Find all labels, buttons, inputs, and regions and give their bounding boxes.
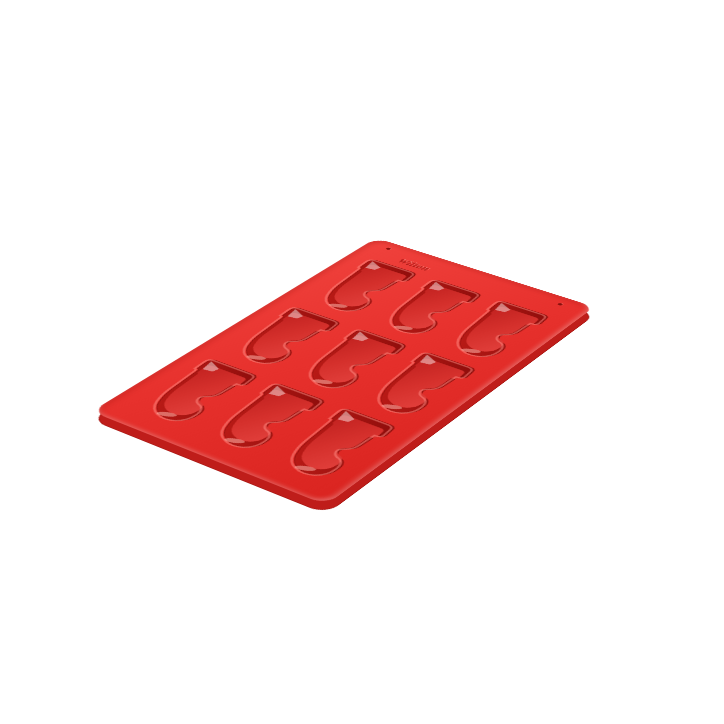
stocking-cavity <box>192 379 336 458</box>
toe-specular-highlight <box>223 437 246 444</box>
stocking-cavity-shape <box>216 303 350 372</box>
stocking-cavity-shape <box>261 404 406 486</box>
stocking-cavity-shape <box>125 355 268 430</box>
toe-specular-highlight <box>294 465 317 472</box>
mold-face: Wilton <box>91 238 595 505</box>
toe-specular-highlight <box>312 378 334 384</box>
cuff-specular-highlight <box>335 411 360 424</box>
cavity-grid <box>125 256 559 486</box>
stocking-cavity <box>349 348 486 423</box>
stocking-cavity-shape <box>349 348 486 423</box>
silicone-mold: Wilton <box>91 238 595 505</box>
stocking-cavity <box>125 355 268 430</box>
toe-specular-highlight <box>381 403 403 410</box>
stocking-cavity-shape <box>192 379 336 458</box>
cuff-specular-highlight <box>266 386 290 398</box>
product-photo: Wilton <box>0 0 724 724</box>
toe-specular-highlight <box>155 411 177 418</box>
vent-hole <box>557 303 564 306</box>
stocking-cavity <box>261 404 406 486</box>
cuff-specular-highlight <box>200 361 224 373</box>
vent-hole <box>385 247 391 250</box>
stocking-cavity <box>216 303 350 372</box>
